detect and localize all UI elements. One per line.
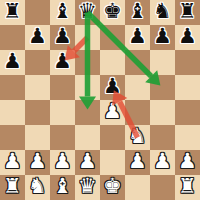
square-c7[interactable]: ♟ xyxy=(50,25,75,50)
piece-white-knight[interactable]: ♞ xyxy=(28,174,47,199)
square-h5[interactable] xyxy=(175,75,200,100)
square-e6[interactable] xyxy=(100,50,125,75)
square-h7[interactable]: ♟ xyxy=(175,25,200,50)
piece-black-pawn[interactable]: ♟ xyxy=(103,74,122,99)
square-c1[interactable]: ♝ xyxy=(50,175,75,200)
square-b1[interactable]: ♞ xyxy=(25,175,50,200)
square-c4[interactable] xyxy=(50,100,75,125)
square-a7[interactable] xyxy=(0,25,25,50)
square-a5[interactable] xyxy=(0,75,25,100)
chess-board: ♜♝♛♚♝♞♜♟♟♟♟♟♟♟♟♟♞♟♟♟♟♟♟♟♜♞♝♛♚♜ xyxy=(0,0,200,200)
square-h8[interactable]: ♜ xyxy=(175,0,200,25)
piece-black-pawn[interactable]: ♟ xyxy=(153,24,172,49)
piece-white-king[interactable]: ♚ xyxy=(103,174,122,199)
square-b5[interactable] xyxy=(25,75,50,100)
piece-black-knight[interactable]: ♞ xyxy=(153,0,172,24)
square-d2[interactable]: ♟ xyxy=(75,150,100,175)
piece-white-pawn[interactable]: ♟ xyxy=(178,149,197,174)
piece-white-pawn[interactable]: ♟ xyxy=(78,149,97,174)
square-f4[interactable] xyxy=(125,100,150,125)
square-b8[interactable] xyxy=(25,0,50,25)
piece-black-pawn[interactable]: ♟ xyxy=(178,24,197,49)
square-a1[interactable]: ♜ xyxy=(0,175,25,200)
piece-black-rook[interactable]: ♜ xyxy=(178,0,197,24)
square-e2[interactable] xyxy=(100,150,125,175)
square-g6[interactable] xyxy=(150,50,175,75)
piece-white-pawn[interactable]: ♟ xyxy=(3,149,22,174)
square-a2[interactable]: ♟ xyxy=(0,150,25,175)
square-g3[interactable] xyxy=(150,125,175,150)
piece-black-pawn[interactable]: ♟ xyxy=(53,49,72,74)
square-f2[interactable]: ♟ xyxy=(125,150,150,175)
square-a4[interactable] xyxy=(0,100,25,125)
square-g7[interactable]: ♟ xyxy=(150,25,175,50)
piece-white-rook[interactable]: ♜ xyxy=(178,174,197,199)
square-h3[interactable] xyxy=(175,125,200,150)
square-b4[interactable] xyxy=(25,100,50,125)
piece-black-pawn[interactable]: ♟ xyxy=(3,49,22,74)
piece-white-pawn[interactable]: ♟ xyxy=(128,149,147,174)
square-g8[interactable]: ♞ xyxy=(150,0,175,25)
square-d1[interactable]: ♛ xyxy=(75,175,100,200)
square-g4[interactable] xyxy=(150,100,175,125)
square-f3[interactable]: ♞ xyxy=(125,125,150,150)
square-g2[interactable]: ♟ xyxy=(150,150,175,175)
square-a3[interactable] xyxy=(0,125,25,150)
piece-black-rook[interactable]: ♜ xyxy=(3,0,22,24)
piece-black-pawn[interactable]: ♟ xyxy=(53,24,72,49)
piece-white-queen[interactable]: ♛ xyxy=(78,174,97,199)
square-h4[interactable] xyxy=(175,100,200,125)
piece-black-queen[interactable]: ♛ xyxy=(78,0,97,24)
square-e1[interactable]: ♚ xyxy=(100,175,125,200)
square-e8[interactable]: ♚ xyxy=(100,0,125,25)
square-d8[interactable]: ♛ xyxy=(75,0,100,25)
square-d3[interactable] xyxy=(75,125,100,150)
square-e7[interactable] xyxy=(100,25,125,50)
piece-white-pawn[interactable]: ♟ xyxy=(28,149,47,174)
square-d7[interactable] xyxy=(75,25,100,50)
square-e5[interactable]: ♟ xyxy=(100,75,125,100)
piece-white-pawn[interactable]: ♟ xyxy=(103,99,122,124)
piece-white-rook[interactable]: ♜ xyxy=(3,174,22,199)
square-f1[interactable] xyxy=(125,175,150,200)
piece-white-pawn[interactable]: ♟ xyxy=(53,149,72,174)
piece-black-bishop[interactable]: ♝ xyxy=(128,0,147,24)
square-f6[interactable] xyxy=(125,50,150,75)
square-c2[interactable]: ♟ xyxy=(50,150,75,175)
square-c5[interactable] xyxy=(50,75,75,100)
piece-white-bishop[interactable]: ♝ xyxy=(53,174,72,199)
piece-white-knight[interactable]: ♞ xyxy=(128,124,147,149)
square-c3[interactable] xyxy=(50,125,75,150)
square-h6[interactable] xyxy=(175,50,200,75)
square-d5[interactable] xyxy=(75,75,100,100)
square-f5[interactable] xyxy=(125,75,150,100)
square-c8[interactable]: ♝ xyxy=(50,0,75,25)
piece-black-pawn[interactable]: ♟ xyxy=(128,24,147,49)
piece-white-pawn[interactable]: ♟ xyxy=(153,149,172,174)
piece-black-king[interactable]: ♚ xyxy=(103,0,122,24)
piece-black-bishop[interactable]: ♝ xyxy=(53,0,72,24)
board-squares: ♜♝♛♚♝♞♜♟♟♟♟♟♟♟♟♟♞♟♟♟♟♟♟♟♜♞♝♛♚♜ xyxy=(0,0,200,200)
square-a6[interactable]: ♟ xyxy=(0,50,25,75)
square-e4[interactable]: ♟ xyxy=(100,100,125,125)
square-h2[interactable]: ♟ xyxy=(175,150,200,175)
square-d4[interactable] xyxy=(75,100,100,125)
square-c6[interactable]: ♟ xyxy=(50,50,75,75)
square-b2[interactable]: ♟ xyxy=(25,150,50,175)
square-e3[interactable] xyxy=(100,125,125,150)
piece-black-pawn[interactable]: ♟ xyxy=(28,24,47,49)
square-a8[interactable]: ♜ xyxy=(0,0,25,25)
square-f8[interactable]: ♝ xyxy=(125,0,150,25)
square-b7[interactable]: ♟ xyxy=(25,25,50,50)
square-f7[interactable]: ♟ xyxy=(125,25,150,50)
square-b3[interactable] xyxy=(25,125,50,150)
square-h1[interactable]: ♜ xyxy=(175,175,200,200)
square-g5[interactable] xyxy=(150,75,175,100)
square-b6[interactable] xyxy=(25,50,50,75)
square-d6[interactable] xyxy=(75,50,100,75)
square-g1[interactable] xyxy=(150,175,175,200)
